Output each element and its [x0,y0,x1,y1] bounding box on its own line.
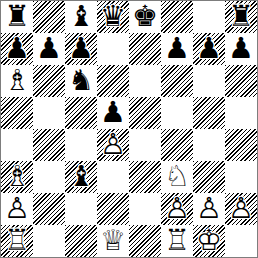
square-a4[interactable] [1,129,33,161]
chess-diagram: ♜♝♛♚♜♟♟♟♟♟♟♝♗♞♟♟♙♝♗♝♞♘♟♙♟♙♟♙♟♙♜♖♛♕♜♖♚♔ [0,0,258,258]
square-e7[interactable] [129,33,161,65]
white-pawn-glyph-outline: ♙ [97,129,129,161]
square-b5[interactable] [33,97,65,129]
square-d5[interactable]: ♟ [97,97,129,129]
square-g4[interactable] [193,129,225,161]
black-rook-glyph-fill: ♜ [1,1,33,33]
black-pawn-piece[interactable]: ♟ [161,33,193,65]
black-knight-piece[interactable]: ♞ [65,65,97,97]
square-g1[interactable]: ♚♔ [193,225,225,257]
square-c1[interactable] [65,225,97,257]
white-bishop-glyph-outline: ♗ [1,161,33,193]
white-knight-glyph-outline: ♘ [161,161,193,193]
black-bishop-glyph-fill: ♝ [65,1,97,33]
square-h4[interactable] [225,129,257,161]
square-h3[interactable] [225,161,257,193]
white-rook-glyph-outline: ♖ [1,225,33,257]
white-pawn-glyph-outline: ♙ [225,193,257,225]
white-queen-glyph-outline: ♕ [97,225,129,257]
black-bishop-piece[interactable]: ♝ [65,161,97,193]
square-g8[interactable] [193,1,225,33]
white-pawn-piece[interactable]: ♟♙ [193,193,225,225]
black-king-piece[interactable]: ♚ [129,1,161,33]
square-f3[interactable]: ♞♘ [161,161,193,193]
square-b6[interactable] [33,65,65,97]
square-a3[interactable]: ♝♗ [1,161,33,193]
square-d1[interactable]: ♛♕ [97,225,129,257]
square-f8[interactable] [161,1,193,33]
white-pawn-piece[interactable]: ♟♙ [97,129,129,161]
square-e5[interactable] [129,97,161,129]
black-pawn-piece[interactable]: ♟ [65,33,97,65]
black-rook-piece[interactable]: ♜ [225,1,257,33]
chess-board: ♜♝♛♚♜♟♟♟♟♟♟♝♗♞♟♟♙♝♗♝♞♘♟♙♟♙♟♙♟♙♜♖♛♕♜♖♚♔ [1,1,257,257]
white-queen-piece[interactable]: ♛♕ [97,225,129,257]
square-f5[interactable] [161,97,193,129]
square-c7[interactable]: ♟ [65,33,97,65]
square-f2[interactable]: ♟♙ [161,193,193,225]
white-pawn-piece[interactable]: ♟♙ [225,193,257,225]
square-b1[interactable] [33,225,65,257]
white-knight-piece[interactable]: ♞♘ [161,161,193,193]
white-pawn-glyph-outline: ♙ [161,193,193,225]
square-d6[interactable] [97,65,129,97]
square-d2[interactable] [97,193,129,225]
white-king-piece[interactable]: ♚♔ [193,225,225,257]
white-pawn-piece[interactable]: ♟♙ [1,193,33,225]
square-c3[interactable]: ♝ [65,161,97,193]
square-d4[interactable]: ♟♙ [97,129,129,161]
black-pawn-glyph-fill: ♟ [33,33,65,65]
square-a1[interactable]: ♜♖ [1,225,33,257]
square-g3[interactable] [193,161,225,193]
square-h8[interactable]: ♜ [225,1,257,33]
black-bishop-glyph-fill: ♝ [65,161,97,193]
square-c6[interactable]: ♞ [65,65,97,97]
square-a8[interactable]: ♜ [1,1,33,33]
square-c8[interactable]: ♝ [65,1,97,33]
black-pawn-piece[interactable]: ♟ [193,33,225,65]
square-b8[interactable] [33,1,65,33]
square-a2[interactable]: ♟♙ [1,193,33,225]
white-bishop-piece[interactable]: ♝♗ [1,161,33,193]
square-g2[interactable]: ♟♙ [193,193,225,225]
square-d3[interactable] [97,161,129,193]
square-g5[interactable] [193,97,225,129]
square-e4[interactable] [129,129,161,161]
square-a5[interactable] [1,97,33,129]
black-pawn-piece[interactable]: ♟ [33,33,65,65]
black-knight-glyph-fill: ♞ [65,65,97,97]
square-b4[interactable] [33,129,65,161]
black-pawn-glyph-fill: ♟ [193,33,225,65]
black-pawn-piece[interactable]: ♟ [1,33,33,65]
square-b7[interactable]: ♟ [33,33,65,65]
square-d8[interactable]: ♛ [97,1,129,33]
square-f4[interactable] [161,129,193,161]
square-d7[interactable] [97,33,129,65]
square-a6[interactable]: ♝♗ [1,65,33,97]
black-pawn-piece[interactable]: ♟ [225,33,257,65]
square-g7[interactable]: ♟ [193,33,225,65]
white-pawn-glyph-outline: ♙ [193,193,225,225]
square-b2[interactable] [33,193,65,225]
square-f7[interactable]: ♟ [161,33,193,65]
square-c2[interactable] [65,193,97,225]
black-rook-piece[interactable]: ♜ [1,1,33,33]
square-e3[interactable] [129,161,161,193]
square-e2[interactable] [129,193,161,225]
white-rook-piece[interactable]: ♜♖ [161,225,193,257]
black-pawn-glyph-fill: ♟ [97,97,129,129]
square-e6[interactable] [129,65,161,97]
square-h7[interactable]: ♟ [225,33,257,65]
black-rook-glyph-fill: ♜ [225,1,257,33]
white-bishop-piece[interactable]: ♝♗ [1,65,33,97]
square-h2[interactable]: ♟♙ [225,193,257,225]
square-g6[interactable] [193,65,225,97]
black-king-glyph-fill: ♚ [129,1,161,33]
white-pawn-glyph-outline: ♙ [1,193,33,225]
black-pawn-glyph-fill: ♟ [225,33,257,65]
square-h1[interactable] [225,225,257,257]
black-pawn-glyph-fill: ♟ [1,33,33,65]
square-h6[interactable] [225,65,257,97]
white-rook-glyph-outline: ♖ [161,225,193,257]
square-h5[interactable] [225,97,257,129]
black-bishop-piece[interactable]: ♝ [65,1,97,33]
square-e8[interactable]: ♚ [129,1,161,33]
black-pawn-glyph-fill: ♟ [161,33,193,65]
square-e1[interactable] [129,225,161,257]
black-pawn-piece[interactable]: ♟ [97,97,129,129]
square-f6[interactable] [161,65,193,97]
white-bishop-glyph-outline: ♗ [1,65,33,97]
square-a7[interactable]: ♟ [1,33,33,65]
square-c4[interactable] [65,129,97,161]
black-queen-piece[interactable]: ♛ [97,1,129,33]
white-king-glyph-outline: ♔ [193,225,225,257]
square-b3[interactable] [33,161,65,193]
black-queen-glyph-fill: ♛ [97,1,129,33]
black-pawn-glyph-fill: ♟ [65,33,97,65]
square-c5[interactable] [65,97,97,129]
white-rook-piece[interactable]: ♜♖ [1,225,33,257]
white-pawn-piece[interactable]: ♟♙ [161,193,193,225]
square-f1[interactable]: ♜♖ [161,225,193,257]
